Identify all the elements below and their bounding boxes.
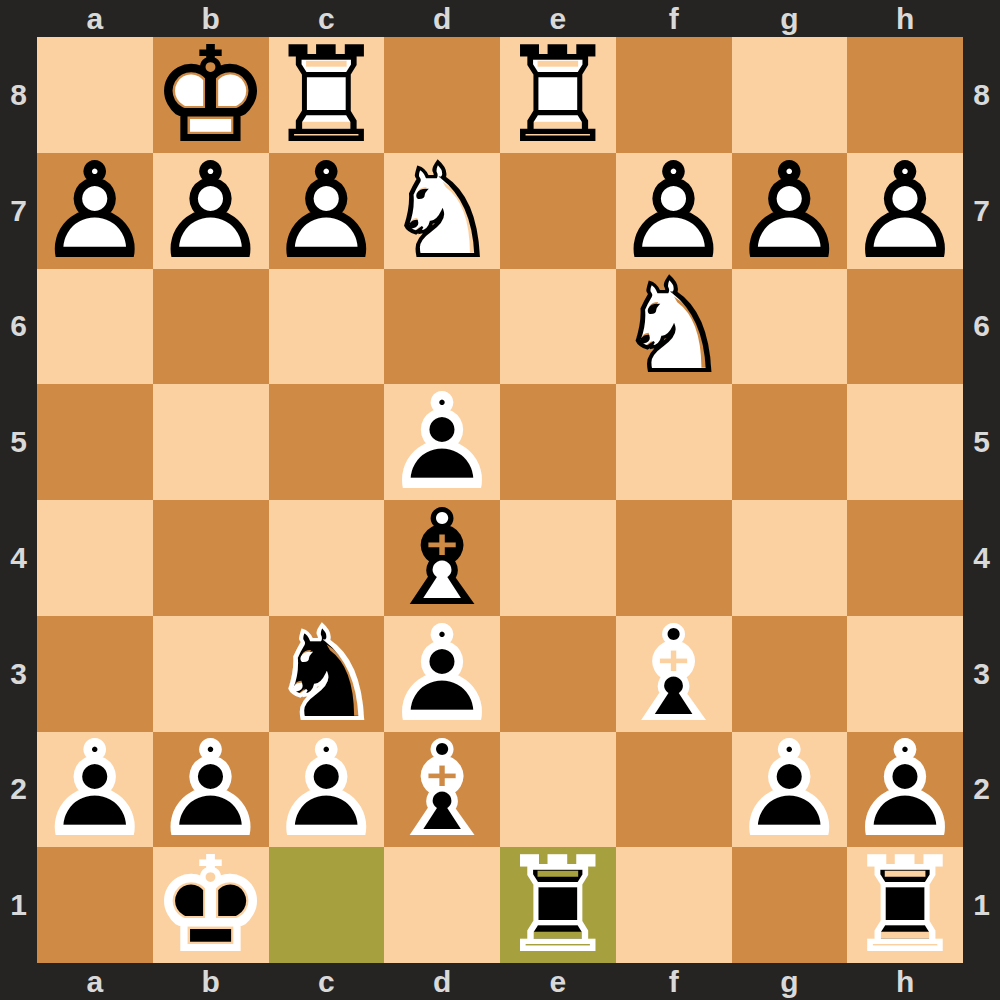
file-label-d: d <box>384 0 500 37</box>
piece-line-glyph: ♖ <box>500 37 616 153</box>
black-pawn[interactable]: ♟♙ <box>269 732 385 848</box>
file-labels-top: abcdefgh <box>37 0 963 37</box>
square-e6[interactable] <box>500 269 616 385</box>
black-pawn[interactable]: ♟♙ <box>384 616 500 732</box>
square-e3[interactable] <box>500 616 616 732</box>
square-f3[interactable]: ♝♗ <box>616 616 732 732</box>
piece-line-glyph: ♔ <box>153 847 269 963</box>
rank-label-8: 8 <box>0 37 37 153</box>
piece-fill-glyph: ♟ <box>847 153 963 269</box>
piece-line-glyph: ♙ <box>384 384 500 500</box>
square-a3[interactable] <box>37 616 153 732</box>
square-a4[interactable] <box>37 500 153 616</box>
piece-fill-glyph: ♟ <box>153 153 269 269</box>
square-f8[interactable] <box>616 37 732 153</box>
square-c1[interactable] <box>269 847 385 963</box>
white-pawn[interactable]: ♟♙ <box>37 153 153 269</box>
piece-line-glyph: ♙ <box>732 732 848 848</box>
rank-label-6: 6 <box>963 269 1000 385</box>
rank-label-1: 1 <box>963 847 1000 963</box>
square-a5[interactable] <box>37 384 153 500</box>
file-label-e: e <box>500 963 616 1000</box>
piece-fill-glyph: ♟ <box>37 732 153 848</box>
square-c5[interactable] <box>269 384 385 500</box>
piece-fill-glyph: ♟ <box>847 732 963 848</box>
file-label-b: b <box>153 963 269 1000</box>
piece-line-glyph: ♘ <box>616 269 732 385</box>
square-e5[interactable] <box>500 384 616 500</box>
square-h8[interactable] <box>847 37 963 153</box>
rank-label-3: 3 <box>963 616 1000 732</box>
piece-line-glyph: ♙ <box>37 153 153 269</box>
white-bishop[interactable]: ♝♗ <box>384 500 500 616</box>
square-b3[interactable] <box>153 616 269 732</box>
piece-line-glyph: ♙ <box>269 153 385 269</box>
piece-fill-glyph: ♞ <box>384 153 500 269</box>
square-f5[interactable] <box>616 384 732 500</box>
black-rook[interactable]: ♜♖ <box>847 847 963 963</box>
piece-line-glyph: ♖ <box>847 847 963 963</box>
square-e1[interactable]: ♜♖ <box>500 847 616 963</box>
square-g4[interactable] <box>732 500 848 616</box>
piece-line-glyph: ♙ <box>847 153 963 269</box>
square-h1[interactable]: ♜♖ <box>847 847 963 963</box>
piece-line-glyph: ♖ <box>269 37 385 153</box>
square-b4[interactable] <box>153 500 269 616</box>
black-rook[interactable]: ♜♖ <box>500 847 616 963</box>
square-g5[interactable] <box>732 384 848 500</box>
piece-line-glyph: ♖ <box>500 847 616 963</box>
square-b8[interactable]: ♚♔ <box>153 37 269 153</box>
square-b2[interactable]: ♟♙ <box>153 732 269 848</box>
rank-labels-left: 87654321 <box>0 37 37 963</box>
square-g1[interactable] <box>732 847 848 963</box>
square-d7[interactable]: ♞♘ <box>384 153 500 269</box>
square-e8[interactable]: ♜♖ <box>500 37 616 153</box>
square-g2[interactable]: ♟♙ <box>732 732 848 848</box>
piece-line-glyph: ♙ <box>153 153 269 269</box>
square-f6[interactable]: ♞♘ <box>616 269 732 385</box>
white-pawn[interactable]: ♟♙ <box>616 153 732 269</box>
rank-label-4: 4 <box>0 500 37 616</box>
square-h6[interactable] <box>847 269 963 385</box>
piece-fill-glyph: ♟ <box>384 384 500 500</box>
square-g7[interactable]: ♟♙ <box>732 153 848 269</box>
piece-fill-glyph: ♝ <box>384 500 500 616</box>
file-label-a: a <box>37 0 153 37</box>
square-d3[interactable]: ♟♙ <box>384 616 500 732</box>
file-labels-bottom: abcdefgh <box>37 963 963 1000</box>
file-label-g: g <box>732 0 848 37</box>
piece-fill-glyph: ♟ <box>384 616 500 732</box>
rank-label-4: 4 <box>963 500 1000 616</box>
rank-label-6: 6 <box>0 269 37 385</box>
file-label-e: e <box>500 0 616 37</box>
file-label-h: h <box>847 963 963 1000</box>
black-knight[interactable]: ♞♘ <box>269 616 385 732</box>
file-label-c: c <box>269 963 385 1000</box>
rank-label-7: 7 <box>0 153 37 269</box>
square-h4[interactable] <box>847 500 963 616</box>
square-d8[interactable] <box>384 37 500 153</box>
white-knight[interactable]: ♞♘ <box>384 153 500 269</box>
file-label-c: c <box>269 0 385 37</box>
file-label-f: f <box>616 963 732 1000</box>
square-a8[interactable] <box>37 37 153 153</box>
square-e4[interactable] <box>500 500 616 616</box>
white-knight[interactable]: ♞♘ <box>616 269 732 385</box>
black-pawn[interactable]: ♟♙ <box>732 732 848 848</box>
black-pawn[interactable]: ♟♙ <box>384 384 500 500</box>
piece-fill-glyph: ♟ <box>732 732 848 848</box>
piece-line-glyph: ♗ <box>384 500 500 616</box>
square-b1[interactable]: ♚♔ <box>153 847 269 963</box>
piece-fill-glyph: ♚ <box>153 847 269 963</box>
square-g8[interactable] <box>732 37 848 153</box>
piece-fill-glyph: ♜ <box>847 847 963 963</box>
rank-label-5: 5 <box>0 384 37 500</box>
square-b6[interactable] <box>153 269 269 385</box>
piece-line-glyph: ♗ <box>616 616 732 732</box>
piece-line-glyph: ♙ <box>847 732 963 848</box>
square-b7[interactable]: ♟♙ <box>153 153 269 269</box>
white-pawn[interactable]: ♟♙ <box>153 153 269 269</box>
rank-label-3: 3 <box>0 616 37 732</box>
square-d6[interactable] <box>384 269 500 385</box>
square-f2[interactable] <box>616 732 732 848</box>
white-rook[interactable]: ♜♖ <box>269 37 385 153</box>
piece-fill-glyph: ♞ <box>269 616 385 732</box>
rank-label-2: 2 <box>0 732 37 848</box>
square-h7[interactable]: ♟♙ <box>847 153 963 269</box>
square-c8[interactable]: ♜♖ <box>269 37 385 153</box>
file-label-g: g <box>732 963 848 1000</box>
square-a1[interactable] <box>37 847 153 963</box>
black-bishop[interactable]: ♝♗ <box>616 616 732 732</box>
piece-line-glyph: ♙ <box>37 732 153 848</box>
piece-line-glyph: ♙ <box>384 616 500 732</box>
square-g3[interactable] <box>732 616 848 732</box>
square-h3[interactable] <box>847 616 963 732</box>
square-c6[interactable] <box>269 269 385 385</box>
piece-fill-glyph: ♜ <box>269 37 385 153</box>
square-d4[interactable]: ♝♗ <box>384 500 500 616</box>
piece-fill-glyph: ♜ <box>500 37 616 153</box>
square-e2[interactable] <box>500 732 616 848</box>
square-f4[interactable] <box>616 500 732 616</box>
rank-label-5: 5 <box>963 384 1000 500</box>
black-pawn[interactable]: ♟♙ <box>847 732 963 848</box>
square-a2[interactable]: ♟♙ <box>37 732 153 848</box>
piece-line-glyph: ♙ <box>269 732 385 848</box>
piece-line-glyph: ♙ <box>153 732 269 848</box>
piece-fill-glyph: ♟ <box>269 153 385 269</box>
square-f7[interactable]: ♟♙ <box>616 153 732 269</box>
chess-board: ♚♔♜♖♜♖♟♙♟♙♟♙♞♘♟♙♟♙♟♙♞♘♟♙♝♗♞♘♟♙♝♗♟♙♟♙♟♙♝♗… <box>37 37 963 963</box>
black-pawn[interactable]: ♟♙ <box>153 732 269 848</box>
square-c4[interactable] <box>269 500 385 616</box>
square-e7[interactable] <box>500 153 616 269</box>
square-h5[interactable] <box>847 384 963 500</box>
square-d5[interactable]: ♟♙ <box>384 384 500 500</box>
square-d1[interactable] <box>384 847 500 963</box>
piece-fill-glyph: ♝ <box>616 616 732 732</box>
square-b5[interactable] <box>153 384 269 500</box>
piece-fill-glyph: ♟ <box>153 732 269 848</box>
piece-line-glyph: ♘ <box>269 616 385 732</box>
piece-line-glyph: ♔ <box>153 37 269 153</box>
black-pawn[interactable]: ♟♙ <box>37 732 153 848</box>
black-bishop[interactable]: ♝♗ <box>384 732 500 848</box>
file-label-f: f <box>616 0 732 37</box>
piece-line-glyph: ♘ <box>384 153 500 269</box>
square-d2[interactable]: ♝♗ <box>384 732 500 848</box>
piece-fill-glyph: ♟ <box>269 732 385 848</box>
piece-fill-glyph: ♟ <box>732 153 848 269</box>
square-a7[interactable]: ♟♙ <box>37 153 153 269</box>
black-king[interactable]: ♚♔ <box>153 847 269 963</box>
piece-line-glyph: ♙ <box>732 153 848 269</box>
rank-label-2: 2 <box>963 732 1000 848</box>
piece-fill-glyph: ♟ <box>37 153 153 269</box>
white-king[interactable]: ♚♔ <box>153 37 269 153</box>
square-h2[interactable]: ♟♙ <box>847 732 963 848</box>
square-c3[interactable]: ♞♘ <box>269 616 385 732</box>
file-label-a: a <box>37 963 153 1000</box>
square-c7[interactable]: ♟♙ <box>269 153 385 269</box>
piece-line-glyph: ♙ <box>616 153 732 269</box>
rank-label-8: 8 <box>963 37 1000 153</box>
white-pawn[interactable]: ♟♙ <box>732 153 848 269</box>
rank-label-7: 7 <box>963 153 1000 269</box>
white-rook[interactable]: ♜♖ <box>500 37 616 153</box>
white-pawn[interactable]: ♟♙ <box>847 153 963 269</box>
piece-line-glyph: ♗ <box>384 732 500 848</box>
square-c2[interactable]: ♟♙ <box>269 732 385 848</box>
file-label-b: b <box>153 0 269 37</box>
piece-fill-glyph: ♚ <box>153 37 269 153</box>
piece-fill-glyph: ♞ <box>616 269 732 385</box>
square-a6[interactable] <box>37 269 153 385</box>
file-label-h: h <box>847 0 963 37</box>
square-f1[interactable] <box>616 847 732 963</box>
square-g6[interactable] <box>732 269 848 385</box>
white-pawn[interactable]: ♟♙ <box>269 153 385 269</box>
piece-fill-glyph: ♝ <box>384 732 500 848</box>
file-label-d: d <box>384 963 500 1000</box>
piece-fill-glyph: ♟ <box>616 153 732 269</box>
piece-fill-glyph: ♜ <box>500 847 616 963</box>
chess-app: abcdefgh abcdefgh 87654321 87654321 ♚♔♜♖… <box>0 0 1000 1000</box>
rank-label-1: 1 <box>0 847 37 963</box>
rank-labels-right: 87654321 <box>963 37 1000 963</box>
